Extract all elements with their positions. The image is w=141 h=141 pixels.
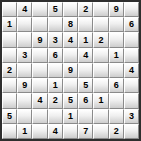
sudoku-board: 45291869341236412949156425615131472 bbox=[0, 0, 141, 141]
sudoku-cell-r6c7[interactable] bbox=[93, 78, 108, 93]
sudoku-cell-r6c8[interactable]: 6 bbox=[109, 78, 124, 93]
sudoku-cell-r3c9[interactable] bbox=[124, 32, 139, 47]
sudoku-cell-r9c6[interactable]: 7 bbox=[78, 124, 93, 139]
sudoku-cell-r3c6[interactable]: 1 bbox=[78, 32, 93, 47]
sudoku-cell-r7c6[interactable]: 6 bbox=[78, 93, 93, 108]
sudoku-cell-r6c1[interactable] bbox=[2, 78, 17, 93]
sudoku-cell-r3c8[interactable] bbox=[109, 32, 124, 47]
sudoku-cell-r4c8[interactable]: 1 bbox=[109, 48, 124, 63]
sudoku-cell-r1c5[interactable] bbox=[63, 2, 78, 17]
sudoku-cell-r5c8[interactable] bbox=[109, 63, 124, 78]
sudoku-cell-r3c1[interactable] bbox=[2, 32, 17, 47]
sudoku-cell-r6c9[interactable] bbox=[124, 78, 139, 93]
sudoku-cell-r3c2[interactable] bbox=[17, 32, 32, 47]
sudoku-cell-r2c7[interactable] bbox=[93, 17, 108, 32]
sudoku-cell-r4c2[interactable]: 3 bbox=[17, 48, 32, 63]
sudoku-cell-r3c5[interactable]: 4 bbox=[63, 32, 78, 47]
sudoku-cell-r6c2[interactable]: 9 bbox=[17, 78, 32, 93]
sudoku-cell-r1c2[interactable]: 4 bbox=[17, 2, 32, 17]
sudoku-cell-r9c7[interactable] bbox=[93, 124, 108, 139]
sudoku-cell-r8c7[interactable] bbox=[93, 109, 108, 124]
sudoku-cell-r4c4[interactable]: 6 bbox=[48, 48, 63, 63]
sudoku-cell-r6c4[interactable]: 1 bbox=[48, 78, 63, 93]
sudoku-cell-r8c3[interactable] bbox=[32, 109, 47, 124]
sudoku-cell-r5c5[interactable]: 9 bbox=[63, 63, 78, 78]
sudoku-cell-r8c9[interactable]: 3 bbox=[124, 109, 139, 124]
sudoku-cell-r6c6[interactable]: 5 bbox=[78, 78, 93, 93]
sudoku-cell-r1c7[interactable] bbox=[93, 2, 108, 17]
sudoku-cell-r4c3[interactable] bbox=[32, 48, 47, 63]
sudoku-cell-r4c9[interactable] bbox=[124, 48, 139, 63]
sudoku-cell-r2c2[interactable] bbox=[17, 17, 32, 32]
sudoku-cell-r5c2[interactable] bbox=[17, 63, 32, 78]
sudoku-cell-r7c3[interactable]: 4 bbox=[32, 93, 47, 108]
sudoku-cell-r2c8[interactable] bbox=[109, 17, 124, 32]
sudoku-cell-r7c2[interactable] bbox=[17, 93, 32, 108]
sudoku-cell-r1c3[interactable] bbox=[32, 2, 47, 17]
sudoku-cell-r2c4[interactable] bbox=[48, 17, 63, 32]
sudoku-cell-r9c9[interactable] bbox=[124, 124, 139, 139]
sudoku-cell-r1c6[interactable]: 2 bbox=[78, 2, 93, 17]
sudoku-cell-r8c5[interactable]: 1 bbox=[63, 109, 78, 124]
sudoku-cell-r4c5[interactable] bbox=[63, 48, 78, 63]
sudoku-cell-r8c2[interactable] bbox=[17, 109, 32, 124]
sudoku-cell-r4c1[interactable] bbox=[2, 48, 17, 63]
sudoku-cell-r1c8[interactable]: 9 bbox=[109, 2, 124, 17]
sudoku-cell-r8c4[interactable] bbox=[48, 109, 63, 124]
sudoku-cell-r2c1[interactable]: 1 bbox=[2, 17, 17, 32]
sudoku-cell-r5c7[interactable] bbox=[93, 63, 108, 78]
sudoku-cell-r7c8[interactable] bbox=[109, 93, 124, 108]
sudoku-cell-r3c4[interactable]: 3 bbox=[48, 32, 63, 47]
sudoku-cell-r9c5[interactable] bbox=[63, 124, 78, 139]
sudoku-cell-r2c3[interactable] bbox=[32, 17, 47, 32]
sudoku-cell-r7c9[interactable] bbox=[124, 93, 139, 108]
sudoku-cell-r9c4[interactable]: 4 bbox=[48, 124, 63, 139]
sudoku-cell-r9c3[interactable] bbox=[32, 124, 47, 139]
sudoku-cell-r5c3[interactable] bbox=[32, 63, 47, 78]
sudoku-cell-r7c5[interactable]: 5 bbox=[63, 93, 78, 108]
sudoku-cell-r3c3[interactable]: 9 bbox=[32, 32, 47, 47]
sudoku-cell-r1c9[interactable] bbox=[124, 2, 139, 17]
sudoku-cell-r7c4[interactable]: 2 bbox=[48, 93, 63, 108]
sudoku-cell-r5c1[interactable]: 2 bbox=[2, 63, 17, 78]
sudoku-cell-r1c4[interactable]: 5 bbox=[48, 2, 63, 17]
sudoku-cell-r9c8[interactable]: 2 bbox=[109, 124, 124, 139]
sudoku-cell-r5c6[interactable] bbox=[78, 63, 93, 78]
sudoku-cell-r7c7[interactable]: 1 bbox=[93, 93, 108, 108]
sudoku-cell-r2c6[interactable] bbox=[78, 17, 93, 32]
sudoku-cell-r6c5[interactable] bbox=[63, 78, 78, 93]
sudoku-cell-r7c1[interactable] bbox=[2, 93, 17, 108]
sudoku-cell-r5c4[interactable] bbox=[48, 63, 63, 78]
sudoku-cell-r5c9[interactable]: 4 bbox=[124, 63, 139, 78]
sudoku-cell-r4c6[interactable]: 4 bbox=[78, 48, 93, 63]
sudoku-cell-r6c3[interactable] bbox=[32, 78, 47, 93]
sudoku-cell-r8c8[interactable] bbox=[109, 109, 124, 124]
sudoku-cell-r9c2[interactable]: 1 bbox=[17, 124, 32, 139]
sudoku-cell-r9c1[interactable] bbox=[2, 124, 17, 139]
sudoku-cell-r8c6[interactable] bbox=[78, 109, 93, 124]
sudoku-cell-r3c7[interactable]: 2 bbox=[93, 32, 108, 47]
sudoku-cell-r2c5[interactable]: 8 bbox=[63, 17, 78, 32]
sudoku-cell-r1c1[interactable] bbox=[2, 2, 17, 17]
sudoku-cell-r8c1[interactable]: 5 bbox=[2, 109, 17, 124]
sudoku-cell-r4c7[interactable] bbox=[93, 48, 108, 63]
sudoku-cell-r2c9[interactable]: 6 bbox=[124, 17, 139, 32]
